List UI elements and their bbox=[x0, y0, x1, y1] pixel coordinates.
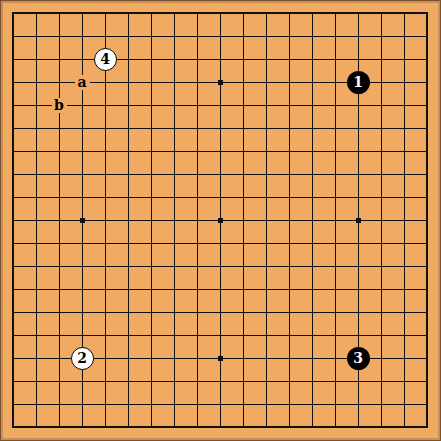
board-intersections: ab1234 bbox=[2, 2, 439, 439]
point-label-b: b bbox=[52, 98, 67, 113]
star-point bbox=[218, 80, 223, 85]
stone-move-1-black: 1 bbox=[347, 71, 370, 94]
star-point bbox=[80, 218, 85, 223]
point-label-a: a bbox=[75, 75, 90, 90]
stone-move-2-white: 2 bbox=[71, 347, 94, 370]
go-board-diagram: ab1234 bbox=[0, 0, 441, 441]
star-point bbox=[218, 218, 223, 223]
stone-move-4-white: 4 bbox=[94, 48, 117, 71]
star-point bbox=[356, 218, 361, 223]
stone-move-3-black: 3 bbox=[347, 347, 370, 370]
star-point bbox=[218, 356, 223, 361]
